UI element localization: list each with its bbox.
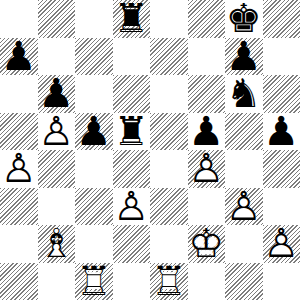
square-c1[interactable]: ♜♖ [75, 263, 113, 300]
white-pawn: ♙ [225, 188, 263, 226]
square-a4[interactable]: ♟♙ [0, 150, 38, 188]
square-d1[interactable] [113, 263, 151, 300]
square-c4[interactable] [75, 150, 113, 188]
square-h1[interactable] [263, 263, 301, 300]
square-c7[interactable] [75, 38, 113, 76]
square-h4[interactable] [263, 150, 301, 188]
chess-diagram: ♜♚♟♟♟♞♟♙♟♜♟♟♟♙♟♙♟♙♟♙♝♗♚♔♟♙♜♖♜♖ [0, 0, 300, 300]
square-d3[interactable]: ♟♙ [113, 188, 151, 226]
square-e2[interactable] [150, 225, 188, 263]
black-pawn: ♟ [0, 38, 38, 76]
square-d5[interactable]: ♜ [113, 113, 151, 151]
square-b6[interactable]: ♟ [38, 75, 76, 113]
white-rook: ♖ [150, 263, 188, 300]
square-g6[interactable]: ♞ [225, 75, 263, 113]
square-d4[interactable] [113, 150, 151, 188]
square-e6[interactable] [150, 75, 188, 113]
square-f1[interactable] [188, 263, 226, 300]
black-rook: ♜ [113, 0, 151, 38]
black-knight: ♞ [225, 75, 263, 113]
square-c2[interactable] [75, 225, 113, 263]
square-c5[interactable]: ♟ [75, 113, 113, 151]
black-pawn: ♟ [38, 75, 76, 113]
square-b5[interactable]: ♟♙ [38, 113, 76, 151]
square-h2[interactable]: ♟♙ [263, 225, 301, 263]
white-rook-fill: ♜ [150, 263, 188, 300]
square-a6[interactable] [0, 75, 38, 113]
square-e1[interactable]: ♜♖ [150, 263, 188, 300]
square-f5[interactable]: ♟ [188, 113, 226, 151]
black-king: ♚ [225, 0, 263, 38]
square-g3[interactable]: ♟♙ [225, 188, 263, 226]
square-e3[interactable] [150, 188, 188, 226]
square-e4[interactable] [150, 150, 188, 188]
white-pawn: ♙ [0, 150, 38, 188]
square-a8[interactable] [0, 0, 38, 38]
square-g7[interactable]: ♟ [225, 38, 263, 76]
white-rook-fill: ♜ [75, 263, 113, 300]
square-b2[interactable]: ♝♗ [38, 225, 76, 263]
square-h7[interactable] [263, 38, 301, 76]
white-king-fill: ♚ [188, 225, 226, 263]
square-f7[interactable] [188, 38, 226, 76]
white-king: ♔ [188, 225, 226, 263]
square-g2[interactable] [225, 225, 263, 263]
black-pawn: ♟ [75, 113, 113, 151]
white-pawn-fill: ♟ [38, 113, 76, 151]
white-pawn: ♙ [113, 188, 151, 226]
white-pawn: ♙ [188, 150, 226, 188]
square-d6[interactable] [113, 75, 151, 113]
square-f4[interactable]: ♟♙ [188, 150, 226, 188]
square-d2[interactable] [113, 225, 151, 263]
square-h8[interactable] [263, 0, 301, 38]
white-pawn: ♙ [38, 113, 76, 151]
white-pawn-fill: ♟ [0, 150, 38, 188]
square-f3[interactable] [188, 188, 226, 226]
square-g4[interactable] [225, 150, 263, 188]
black-pawn: ♟ [225, 38, 263, 76]
square-h5[interactable]: ♟ [263, 113, 301, 151]
square-f8[interactable] [188, 0, 226, 38]
square-b8[interactable] [38, 0, 76, 38]
square-c8[interactable] [75, 0, 113, 38]
black-pawn: ♟ [188, 113, 226, 151]
square-g8[interactable]: ♚ [225, 0, 263, 38]
square-c3[interactable] [75, 188, 113, 226]
square-a2[interactable] [0, 225, 38, 263]
white-pawn-fill: ♟ [225, 188, 263, 226]
square-h6[interactable] [263, 75, 301, 113]
square-g1[interactable] [225, 263, 263, 300]
square-a1[interactable] [0, 263, 38, 300]
square-b4[interactable] [38, 150, 76, 188]
square-a5[interactable] [0, 113, 38, 151]
white-rook: ♖ [75, 263, 113, 300]
square-e8[interactable] [150, 0, 188, 38]
white-bishop-fill: ♝ [38, 225, 76, 263]
white-pawn-fill: ♟ [113, 188, 151, 226]
white-pawn-fill: ♟ [188, 150, 226, 188]
square-c6[interactable] [75, 75, 113, 113]
square-e5[interactable] [150, 113, 188, 151]
square-f2[interactable]: ♚♔ [188, 225, 226, 263]
square-d8[interactable]: ♜ [113, 0, 151, 38]
square-b1[interactable] [38, 263, 76, 300]
square-d7[interactable] [113, 38, 151, 76]
square-a3[interactable] [0, 188, 38, 226]
square-b3[interactable] [38, 188, 76, 226]
black-rook: ♜ [113, 113, 151, 151]
square-h3[interactable] [263, 188, 301, 226]
square-f6[interactable] [188, 75, 226, 113]
white-pawn-fill: ♟ [263, 225, 301, 263]
white-bishop: ♗ [38, 225, 76, 263]
square-b7[interactable] [38, 38, 76, 76]
chess-board: ♜♚♟♟♟♞♟♙♟♜♟♟♟♙♟♙♟♙♟♙♝♗♚♔♟♙♜♖♜♖ [0, 0, 300, 300]
square-e7[interactable] [150, 38, 188, 76]
square-g5[interactable] [225, 113, 263, 151]
black-pawn: ♟ [263, 113, 301, 151]
square-a7[interactable]: ♟ [0, 38, 38, 76]
white-pawn: ♙ [263, 225, 301, 263]
